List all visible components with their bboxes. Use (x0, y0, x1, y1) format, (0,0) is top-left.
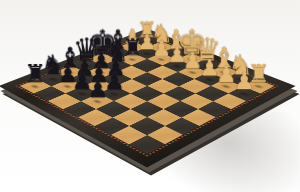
black-pawn-piece: ♟ (75, 77, 121, 101)
product-photo-background: ♜♞♝♚♛♝♞♜♟♟♟♟♟♟♟♟♝♜♚♞♛♟♟♝♟♟♟♞♟♟♟♜ (0, 0, 300, 192)
black-rook-piece: ♜ (14, 61, 58, 86)
light-pawn-piece: ♟ (222, 70, 267, 93)
